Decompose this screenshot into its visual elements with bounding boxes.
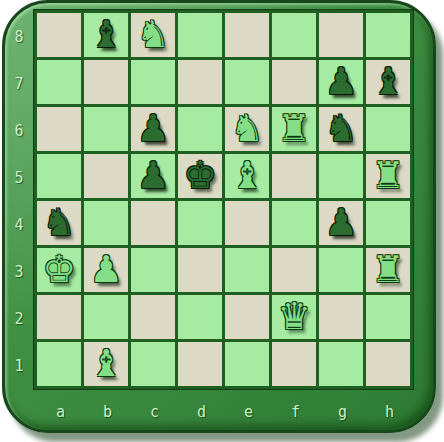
square-f5[interactable] (272, 154, 316, 198)
square-e2[interactable] (225, 295, 269, 339)
white-knight-icon[interactable]: ♞ (230, 107, 263, 151)
white-king-icon[interactable]: ♚ (42, 248, 75, 292)
white-rook-icon[interactable]: ♜ (371, 154, 404, 198)
square-b4[interactable] (84, 201, 128, 245)
square-f2[interactable]: ♛ (272, 295, 316, 339)
square-e4[interactable] (225, 201, 269, 245)
square-g3[interactable] (319, 248, 363, 292)
black-bishop-icon[interactable]: ♝ (89, 13, 122, 57)
square-f8[interactable] (272, 13, 316, 57)
square-c6[interactable]: ♟ (131, 107, 175, 151)
white-bishop-icon[interactable]: ♝ (89, 342, 122, 386)
square-c2[interactable] (131, 295, 175, 339)
rank-label-4: 4 (7, 201, 31, 248)
square-f7[interactable] (272, 60, 316, 104)
square-a5[interactable] (37, 154, 81, 198)
square-h8[interactable] (366, 13, 410, 57)
square-h3[interactable]: ♜ (366, 248, 410, 292)
square-e8[interactable] (225, 13, 269, 57)
square-d8[interactable] (178, 13, 222, 57)
square-c3[interactable] (131, 248, 175, 292)
square-e3[interactable] (225, 248, 269, 292)
square-b2[interactable] (84, 295, 128, 339)
square-h4[interactable] (366, 201, 410, 245)
file-label-c: c (131, 398, 178, 426)
file-labels: abcdefgh (37, 398, 413, 426)
square-b6[interactable] (84, 107, 128, 151)
square-a6[interactable] (37, 107, 81, 151)
file-label-f: f (272, 398, 319, 426)
square-d5[interactable]: ♚ (178, 154, 222, 198)
square-b8[interactable]: ♝ (84, 13, 128, 57)
square-g5[interactable] (319, 154, 363, 198)
square-e6[interactable]: ♞ (225, 107, 269, 151)
white-queen-icon[interactable]: ♛ (277, 295, 310, 339)
board[interactable]: ♝♞♟♝♟♞♜♞♟♚♝♜♞♟♚♟♜♛♝ (34, 10, 413, 389)
square-g1[interactable] (319, 342, 363, 386)
black-pawn-icon[interactable]: ♟ (136, 107, 169, 151)
black-pawn-icon[interactable]: ♟ (324, 60, 357, 104)
square-c7[interactable] (131, 60, 175, 104)
square-g2[interactable] (319, 295, 363, 339)
white-rook-icon[interactable]: ♜ (371, 248, 404, 292)
square-b1[interactable]: ♝ (84, 342, 128, 386)
rank-label-8: 8 (7, 13, 31, 60)
file-label-e: e (225, 398, 272, 426)
black-pawn-icon[interactable]: ♟ (324, 201, 357, 245)
square-d2[interactable] (178, 295, 222, 339)
square-h1[interactable] (366, 342, 410, 386)
rank-label-5: 5 (7, 154, 31, 201)
square-c8[interactable]: ♞ (131, 13, 175, 57)
square-b7[interactable] (84, 60, 128, 104)
square-d1[interactable] (178, 342, 222, 386)
square-g8[interactable] (319, 13, 363, 57)
file-label-b: b (84, 398, 131, 426)
square-g7[interactable]: ♟ (319, 60, 363, 104)
square-a4[interactable]: ♞ (37, 201, 81, 245)
square-e7[interactable] (225, 60, 269, 104)
square-a1[interactable] (37, 342, 81, 386)
white-pawn-icon[interactable]: ♟ (89, 248, 122, 292)
square-d7[interactable] (178, 60, 222, 104)
rank-label-7: 7 (7, 60, 31, 107)
square-e5[interactable]: ♝ (225, 154, 269, 198)
black-knight-icon[interactable]: ♞ (324, 107, 357, 151)
square-e1[interactable] (225, 342, 269, 386)
square-a3[interactable]: ♚ (37, 248, 81, 292)
square-h7[interactable]: ♝ (366, 60, 410, 104)
rank-label-3: 3 (7, 248, 31, 295)
square-f6[interactable]: ♜ (272, 107, 316, 151)
square-c1[interactable] (131, 342, 175, 386)
rank-label-2: 2 (7, 295, 31, 342)
square-g4[interactable]: ♟ (319, 201, 363, 245)
square-f4[interactable] (272, 201, 316, 245)
square-d4[interactable] (178, 201, 222, 245)
square-h2[interactable] (366, 295, 410, 339)
file-label-a: a (37, 398, 84, 426)
black-pawn-icon[interactable]: ♟ (136, 154, 169, 198)
square-h6[interactable] (366, 107, 410, 151)
white-knight-icon[interactable]: ♞ (136, 13, 169, 57)
rank-label-6: 6 (7, 107, 31, 154)
square-c4[interactable] (131, 201, 175, 245)
square-f3[interactable] (272, 248, 316, 292)
square-a7[interactable] (37, 60, 81, 104)
file-label-h: h (366, 398, 413, 426)
rank-label-1: 1 (7, 342, 31, 389)
square-b5[interactable] (84, 154, 128, 198)
black-king-icon[interactable]: ♚ (183, 154, 216, 198)
file-label-g: g (319, 398, 366, 426)
square-c5[interactable]: ♟ (131, 154, 175, 198)
square-a8[interactable] (37, 13, 81, 57)
chess-app-window: 87654321 ♝♞♟♝♟♞♜♞♟♚♝♜♞♟♚♟♜♛♝ abcdefgh (0, 0, 444, 442)
white-rook-icon[interactable]: ♜ (277, 107, 310, 151)
white-bishop-icon[interactable]: ♝ (230, 154, 263, 198)
square-d6[interactable] (178, 107, 222, 151)
file-label-d: d (178, 398, 225, 426)
square-h5[interactable]: ♜ (366, 154, 410, 198)
square-d3[interactable] (178, 248, 222, 292)
square-f1[interactable] (272, 342, 316, 386)
rank-labels: 87654321 (7, 13, 31, 389)
square-g6[interactable]: ♞ (319, 107, 363, 151)
black-knight-icon[interactable]: ♞ (42, 201, 75, 245)
square-a2[interactable] (37, 295, 81, 339)
black-bishop-icon[interactable]: ♝ (371, 60, 404, 104)
square-b3[interactable]: ♟ (84, 248, 128, 292)
